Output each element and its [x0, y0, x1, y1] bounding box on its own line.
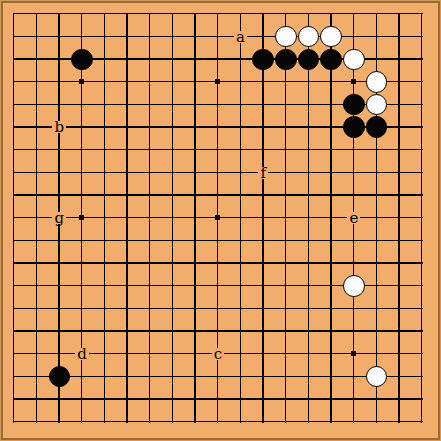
point-Q1[interactable] — [343, 410, 366, 433]
point-E13[interactable] — [93, 139, 116, 162]
point-S8[interactable] — [388, 252, 411, 275]
point-O7[interactable] — [297, 275, 320, 298]
point-R4[interactable] — [365, 343, 388, 366]
point-M1[interactable] — [252, 410, 275, 433]
point-O19[interactable] — [297, 3, 320, 26]
point-G4[interactable] — [139, 343, 162, 366]
point-S12[interactable] — [388, 161, 411, 184]
point-S17[interactable] — [388, 48, 411, 71]
point-G19[interactable] — [139, 3, 162, 26]
point-K15[interactable] — [207, 93, 230, 116]
point-R18[interactable] — [365, 25, 388, 48]
point-O5[interactable] — [297, 320, 320, 343]
point-C18[interactable] — [48, 25, 71, 48]
point-C4[interactable] — [48, 343, 71, 366]
point-M6[interactable] — [252, 297, 275, 320]
point-C11[interactable] — [48, 184, 71, 207]
point-H5[interactable] — [161, 320, 184, 343]
point-N8[interactable] — [275, 252, 298, 275]
point-P6[interactable] — [320, 297, 343, 320]
point-N9[interactable] — [275, 229, 298, 252]
point-B12[interactable] — [25, 161, 48, 184]
point-D11[interactable] — [71, 184, 94, 207]
point-H4[interactable] — [161, 343, 184, 366]
point-D1[interactable] — [71, 410, 94, 433]
point-T13[interactable] — [410, 139, 433, 162]
point-B11[interactable] — [25, 184, 48, 207]
point-A19[interactable] — [3, 3, 26, 26]
point-D8[interactable] — [71, 252, 94, 275]
point-F5[interactable] — [116, 320, 139, 343]
point-O17[interactable] — [297, 48, 320, 71]
point-A1[interactable] — [3, 410, 26, 433]
point-E11[interactable] — [93, 184, 116, 207]
point-M9[interactable] — [252, 229, 275, 252]
point-N3[interactable] — [275, 365, 298, 388]
point-J15[interactable] — [184, 93, 207, 116]
point-A15[interactable] — [3, 93, 26, 116]
point-D12[interactable] — [71, 161, 94, 184]
point-D16[interactable] — [71, 71, 94, 94]
point-Q15[interactable] — [343, 93, 366, 116]
point-K2[interactable] — [207, 388, 230, 411]
point-T9[interactable] — [410, 229, 433, 252]
point-S9[interactable] — [388, 229, 411, 252]
point-K7[interactable] — [207, 275, 230, 298]
point-G6[interactable] — [139, 297, 162, 320]
point-D6[interactable] — [71, 297, 94, 320]
point-K3[interactable] — [207, 365, 230, 388]
point-C3[interactable] — [48, 365, 71, 388]
point-L8[interactable] — [229, 252, 252, 275]
point-G8[interactable] — [139, 252, 162, 275]
point-M10[interactable] — [252, 207, 275, 230]
point-T2[interactable] — [410, 388, 433, 411]
point-G12[interactable] — [139, 161, 162, 184]
point-L14[interactable] — [229, 116, 252, 139]
point-L5[interactable] — [229, 320, 252, 343]
point-O18[interactable] — [297, 25, 320, 48]
point-D18[interactable] — [71, 25, 94, 48]
point-T10[interactable] — [410, 207, 433, 230]
point-M18[interactable] — [252, 25, 275, 48]
point-P10[interactable] — [320, 207, 343, 230]
point-B6[interactable] — [25, 297, 48, 320]
point-B5[interactable] — [25, 320, 48, 343]
point-T17[interactable] — [410, 48, 433, 71]
point-D9[interactable] — [71, 229, 94, 252]
point-P2[interactable] — [320, 388, 343, 411]
point-N6[interactable] — [275, 297, 298, 320]
point-D5[interactable] — [71, 320, 94, 343]
point-M19[interactable] — [252, 3, 275, 26]
point-S7[interactable] — [388, 275, 411, 298]
point-K18[interactable] — [207, 25, 230, 48]
point-K11[interactable] — [207, 184, 230, 207]
point-M7[interactable] — [252, 275, 275, 298]
point-F14[interactable] — [116, 116, 139, 139]
point-C16[interactable] — [48, 71, 71, 94]
point-A12[interactable] — [3, 161, 26, 184]
point-O14[interactable] — [297, 116, 320, 139]
point-M2[interactable] — [252, 388, 275, 411]
point-J7[interactable] — [184, 275, 207, 298]
point-D15[interactable] — [71, 93, 94, 116]
point-C5[interactable] — [48, 320, 71, 343]
point-H15[interactable] — [161, 93, 184, 116]
point-N7[interactable] — [275, 275, 298, 298]
point-P5[interactable] — [320, 320, 343, 343]
point-E8[interactable] — [93, 252, 116, 275]
point-F7[interactable] — [116, 275, 139, 298]
point-C17[interactable] — [48, 48, 71, 71]
point-R13[interactable] — [365, 139, 388, 162]
point-Q13[interactable] — [343, 139, 366, 162]
point-S16[interactable] — [388, 71, 411, 94]
point-K6[interactable] — [207, 297, 230, 320]
point-F4[interactable] — [116, 343, 139, 366]
point-C1[interactable] — [48, 410, 71, 433]
point-C15[interactable] — [48, 93, 71, 116]
point-B4[interactable] — [25, 343, 48, 366]
point-C10[interactable]: g — [48, 207, 71, 230]
point-K19[interactable] — [207, 3, 230, 26]
point-T11[interactable] — [410, 184, 433, 207]
point-T4[interactable] — [410, 343, 433, 366]
point-O8[interactable] — [297, 252, 320, 275]
point-P7[interactable] — [320, 275, 343, 298]
point-J18[interactable] — [184, 25, 207, 48]
point-G2[interactable] — [139, 388, 162, 411]
point-N13[interactable] — [275, 139, 298, 162]
point-J19[interactable] — [184, 3, 207, 26]
point-E7[interactable] — [93, 275, 116, 298]
point-A4[interactable] — [3, 343, 26, 366]
point-Q2[interactable] — [343, 388, 366, 411]
point-J1[interactable] — [184, 410, 207, 433]
point-H12[interactable] — [161, 161, 184, 184]
point-O2[interactable] — [297, 388, 320, 411]
point-C6[interactable] — [48, 297, 71, 320]
point-K8[interactable] — [207, 252, 230, 275]
point-L16[interactable] — [229, 71, 252, 94]
point-D13[interactable] — [71, 139, 94, 162]
point-B1[interactable] — [25, 410, 48, 433]
point-O1[interactable] — [297, 410, 320, 433]
point-L17[interactable] — [229, 48, 252, 71]
point-P14[interactable] — [320, 116, 343, 139]
point-R16[interactable] — [365, 71, 388, 94]
point-H16[interactable] — [161, 71, 184, 94]
point-T12[interactable] — [410, 161, 433, 184]
point-Q7[interactable] — [343, 275, 366, 298]
point-L19[interactable] — [229, 3, 252, 26]
point-O11[interactable] — [297, 184, 320, 207]
point-M11[interactable] — [252, 184, 275, 207]
point-F15[interactable] — [116, 93, 139, 116]
point-G3[interactable] — [139, 365, 162, 388]
point-D19[interactable] — [71, 3, 94, 26]
point-G14[interactable] — [139, 116, 162, 139]
point-P11[interactable] — [320, 184, 343, 207]
point-F18[interactable] — [116, 25, 139, 48]
point-O12[interactable] — [297, 161, 320, 184]
point-R5[interactable] — [365, 320, 388, 343]
point-B16[interactable] — [25, 71, 48, 94]
point-R10[interactable] — [365, 207, 388, 230]
point-A13[interactable] — [3, 139, 26, 162]
point-N4[interactable] — [275, 343, 298, 366]
point-Q12[interactable] — [343, 161, 366, 184]
point-S2[interactable] — [388, 388, 411, 411]
point-M4[interactable] — [252, 343, 275, 366]
point-H19[interactable] — [161, 3, 184, 26]
point-R11[interactable] — [365, 184, 388, 207]
point-K10[interactable] — [207, 207, 230, 230]
point-C8[interactable] — [48, 252, 71, 275]
point-N5[interactable] — [275, 320, 298, 343]
point-R7[interactable] — [365, 275, 388, 298]
point-H2[interactable] — [161, 388, 184, 411]
point-F8[interactable] — [116, 252, 139, 275]
point-R15[interactable] — [365, 93, 388, 116]
point-O16[interactable] — [297, 71, 320, 94]
point-S13[interactable] — [388, 139, 411, 162]
point-J4[interactable] — [184, 343, 207, 366]
point-M8[interactable] — [252, 252, 275, 275]
point-G13[interactable] — [139, 139, 162, 162]
point-B2[interactable] — [25, 388, 48, 411]
point-N18[interactable] — [275, 25, 298, 48]
point-P15[interactable] — [320, 93, 343, 116]
point-E5[interactable] — [93, 320, 116, 343]
point-E19[interactable] — [93, 3, 116, 26]
point-G17[interactable] — [139, 48, 162, 71]
point-J3[interactable] — [184, 365, 207, 388]
point-G1[interactable] — [139, 410, 162, 433]
point-N10[interactable] — [275, 207, 298, 230]
point-E15[interactable] — [93, 93, 116, 116]
point-Q11[interactable] — [343, 184, 366, 207]
point-E10[interactable] — [93, 207, 116, 230]
point-R19[interactable] — [365, 3, 388, 26]
point-O10[interactable] — [297, 207, 320, 230]
point-C19[interactable] — [48, 3, 71, 26]
point-A10[interactable] — [3, 207, 26, 230]
point-N2[interactable] — [275, 388, 298, 411]
point-P8[interactable] — [320, 252, 343, 275]
point-S11[interactable] — [388, 184, 411, 207]
point-R3[interactable] — [365, 365, 388, 388]
point-M16[interactable] — [252, 71, 275, 94]
point-Q8[interactable] — [343, 252, 366, 275]
point-A18[interactable] — [3, 25, 26, 48]
point-H9[interactable] — [161, 229, 184, 252]
point-E3[interactable] — [93, 365, 116, 388]
point-R17[interactable] — [365, 48, 388, 71]
point-T6[interactable] — [410, 297, 433, 320]
point-D14[interactable] — [71, 116, 94, 139]
point-J14[interactable] — [184, 116, 207, 139]
point-F10[interactable] — [116, 207, 139, 230]
point-R2[interactable] — [365, 388, 388, 411]
point-L15[interactable] — [229, 93, 252, 116]
point-B3[interactable] — [25, 365, 48, 388]
point-M15[interactable] — [252, 93, 275, 116]
point-C13[interactable] — [48, 139, 71, 162]
point-S6[interactable] — [388, 297, 411, 320]
point-H6[interactable] — [161, 297, 184, 320]
point-A11[interactable] — [3, 184, 26, 207]
point-M13[interactable] — [252, 139, 275, 162]
point-Q5[interactable] — [343, 320, 366, 343]
point-S3[interactable] — [388, 365, 411, 388]
point-O6[interactable] — [297, 297, 320, 320]
point-E6[interactable] — [93, 297, 116, 320]
point-H10[interactable] — [161, 207, 184, 230]
point-G18[interactable] — [139, 25, 162, 48]
point-Q4[interactable] — [343, 343, 366, 366]
point-G5[interactable] — [139, 320, 162, 343]
point-B13[interactable] — [25, 139, 48, 162]
point-N12[interactable] — [275, 161, 298, 184]
point-F6[interactable] — [116, 297, 139, 320]
point-J12[interactable] — [184, 161, 207, 184]
point-E2[interactable] — [93, 388, 116, 411]
point-A16[interactable] — [3, 71, 26, 94]
point-Q10[interactable]: e — [343, 207, 366, 230]
point-Q18[interactable] — [343, 25, 366, 48]
point-T19[interactable] — [410, 3, 433, 26]
point-Q16[interactable] — [343, 71, 366, 94]
point-Q14[interactable] — [343, 116, 366, 139]
point-S19[interactable] — [388, 3, 411, 26]
point-R1[interactable] — [365, 410, 388, 433]
point-K13[interactable] — [207, 139, 230, 162]
point-J8[interactable] — [184, 252, 207, 275]
point-K4[interactable]: c — [207, 343, 230, 366]
point-G16[interactable] — [139, 71, 162, 94]
point-P18[interactable] — [320, 25, 343, 48]
point-K1[interactable] — [207, 410, 230, 433]
point-M5[interactable] — [252, 320, 275, 343]
point-E9[interactable] — [93, 229, 116, 252]
point-S14[interactable] — [388, 116, 411, 139]
point-B9[interactable] — [25, 229, 48, 252]
point-M3[interactable] — [252, 365, 275, 388]
point-S18[interactable] — [388, 25, 411, 48]
point-T15[interactable] — [410, 93, 433, 116]
point-C12[interactable] — [48, 161, 71, 184]
point-A17[interactable] — [3, 48, 26, 71]
point-F11[interactable] — [116, 184, 139, 207]
point-E12[interactable] — [93, 161, 116, 184]
point-J2[interactable] — [184, 388, 207, 411]
point-N14[interactable] — [275, 116, 298, 139]
point-H17[interactable] — [161, 48, 184, 71]
point-H18[interactable] — [161, 25, 184, 48]
point-M12[interactable]: f — [252, 161, 275, 184]
point-N1[interactable] — [275, 410, 298, 433]
point-B8[interactable] — [25, 252, 48, 275]
point-Q3[interactable] — [343, 365, 366, 388]
point-D3[interactable] — [71, 365, 94, 388]
point-J17[interactable] — [184, 48, 207, 71]
point-L2[interactable] — [229, 388, 252, 411]
point-R14[interactable] — [365, 116, 388, 139]
point-T5[interactable] — [410, 320, 433, 343]
point-H7[interactable] — [161, 275, 184, 298]
point-L1[interactable] — [229, 410, 252, 433]
point-B15[interactable] — [25, 93, 48, 116]
point-R9[interactable] — [365, 229, 388, 252]
point-D10[interactable] — [71, 207, 94, 230]
point-G15[interactable] — [139, 93, 162, 116]
point-F16[interactable] — [116, 71, 139, 94]
point-K12[interactable] — [207, 161, 230, 184]
point-B18[interactable] — [25, 25, 48, 48]
point-P19[interactable] — [320, 3, 343, 26]
point-R6[interactable] — [365, 297, 388, 320]
point-N17[interactable] — [275, 48, 298, 71]
point-F17[interactable] — [116, 48, 139, 71]
point-M14[interactable] — [252, 116, 275, 139]
point-B7[interactable] — [25, 275, 48, 298]
point-N19[interactable] — [275, 3, 298, 26]
point-K9[interactable] — [207, 229, 230, 252]
point-C14[interactable]: b — [48, 116, 71, 139]
point-P3[interactable] — [320, 365, 343, 388]
point-O9[interactable] — [297, 229, 320, 252]
point-L11[interactable] — [229, 184, 252, 207]
point-R12[interactable] — [365, 161, 388, 184]
point-M17[interactable] — [252, 48, 275, 71]
point-O13[interactable] — [297, 139, 320, 162]
point-L3[interactable] — [229, 365, 252, 388]
point-H11[interactable] — [161, 184, 184, 207]
point-H14[interactable] — [161, 116, 184, 139]
point-E14[interactable] — [93, 116, 116, 139]
point-H13[interactable] — [161, 139, 184, 162]
point-Q9[interactable] — [343, 229, 366, 252]
point-A7[interactable] — [3, 275, 26, 298]
point-P12[interactable] — [320, 161, 343, 184]
point-E17[interactable] — [93, 48, 116, 71]
point-A6[interactable] — [3, 297, 26, 320]
point-K5[interactable] — [207, 320, 230, 343]
point-S1[interactable] — [388, 410, 411, 433]
point-D7[interactable] — [71, 275, 94, 298]
point-N15[interactable] — [275, 93, 298, 116]
point-A5[interactable] — [3, 320, 26, 343]
point-K14[interactable] — [207, 116, 230, 139]
point-Q19[interactable] — [343, 3, 366, 26]
point-K16[interactable] — [207, 71, 230, 94]
point-E16[interactable] — [93, 71, 116, 94]
point-G7[interactable] — [139, 275, 162, 298]
point-A14[interactable] — [3, 116, 26, 139]
point-F12[interactable] — [116, 161, 139, 184]
point-S5[interactable] — [388, 320, 411, 343]
point-J5[interactable] — [184, 320, 207, 343]
point-T16[interactable] — [410, 71, 433, 94]
point-Q17[interactable] — [343, 48, 366, 71]
point-J6[interactable] — [184, 297, 207, 320]
point-D17[interactable] — [71, 48, 94, 71]
point-T3[interactable] — [410, 365, 433, 388]
point-E4[interactable] — [93, 343, 116, 366]
point-G9[interactable] — [139, 229, 162, 252]
